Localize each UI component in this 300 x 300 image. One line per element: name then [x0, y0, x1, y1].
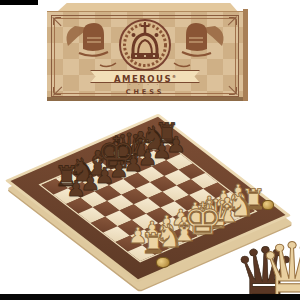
chess-label: CHESS	[126, 88, 165, 96]
chess-box: AMEROUS® · · · · CHESS	[47, 3, 248, 103]
black-bar-top-left	[0, 0, 38, 5]
spare-light-queen: ♛	[258, 233, 300, 300]
board-pinstripe: ♜♟♟♜♞♟♟♞♝♟♟♝♛♟♟♛♚♟♟♚♝♟♟♝♞♟♟♞♜♟♟♜	[39, 133, 258, 262]
corner-flourish-icon	[224, 82, 239, 97]
square: ♜	[41, 179, 68, 195]
knight-helmet-left-icon	[67, 23, 108, 56]
trademark-symbol: ®	[172, 74, 176, 79]
box-side-face	[243, 9, 248, 101]
brass-clasp-side-icon	[262, 200, 274, 210]
board-grid: ♜♟♟♜♞♟♟♞♝♟♟♝♛♟♟♛♚♟♟♚♝♟♟♝♞♟♟♞♜♟♟♜	[41, 135, 254, 261]
knight-helmet-right-icon	[182, 23, 223, 56]
box-front-face: AMEROUS® · · · · CHESS	[47, 11, 243, 101]
corner-flourish-icon	[51, 82, 66, 97]
crown-emblem-icon	[50, 13, 240, 71]
chess-board: ♜♟♟♜♞♟♟♞♝♟♟♝♛♟♟♛♚♟♟♚♝♟♟♝♞♟♟♞♜♟♟♜	[46, 96, 250, 300]
black-bar-bottom	[0, 294, 300, 300]
product-photo: AMEROUS® · · · · CHESS ♜♟♟♜♞♟♟♞♝♟♟♝♛♟♟♛♚…	[0, 0, 300, 300]
banner-dots: · · · ·	[129, 82, 161, 87]
brass-clasp-front-icon	[156, 257, 170, 268]
